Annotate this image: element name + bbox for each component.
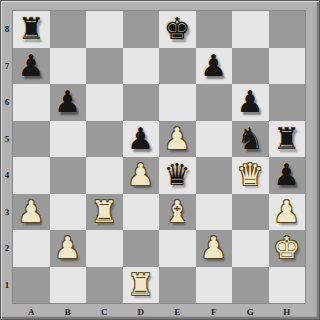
square-b7[interactable] <box>50 48 87 85</box>
square-b3[interactable] <box>50 194 87 231</box>
black-knight-g5[interactable]: ♞ <box>237 124 264 154</box>
square-h2[interactable]: ♚ <box>269 230 306 267</box>
white-pawn-e5[interactable]: ♟ <box>164 124 191 154</box>
square-d8[interactable] <box>123 11 160 48</box>
square-e2[interactable] <box>159 230 196 267</box>
square-d7[interactable] <box>123 48 160 85</box>
chess-board: ♜♚♟♟♟♟♟♟♞♜♟♛♛♟♟♜♝♟♟♟♚♜ <box>13 11 305 303</box>
file-label-a: A <box>13 304 50 319</box>
white-queen-g4[interactable]: ♛ <box>237 160 264 190</box>
square-g2[interactable] <box>232 230 269 267</box>
square-b2[interactable]: ♟ <box>50 230 87 267</box>
square-b4[interactable] <box>50 157 87 194</box>
square-g4[interactable]: ♛ <box>232 157 269 194</box>
rank-labels: 87654321 <box>1 11 13 303</box>
white-rook-c3[interactable]: ♜ <box>91 197 118 227</box>
black-queen-e4[interactable]: ♛ <box>164 160 191 190</box>
board-frame: 87654321 ♜♚♟♟♟♟♟♟♞♜♟♛♛♟♟♜♝♟♟♟♚♜ ABCDEFGH <box>0 0 320 320</box>
square-d4[interactable]: ♟ <box>123 157 160 194</box>
square-a3[interactable]: ♟ <box>13 194 50 231</box>
square-b1[interactable] <box>50 267 87 304</box>
square-c1[interactable] <box>86 267 123 304</box>
file-labels: ABCDEFGH <box>13 304 305 319</box>
square-f6[interactable] <box>196 84 233 121</box>
square-g7[interactable] <box>232 48 269 85</box>
square-e5[interactable]: ♟ <box>159 121 196 158</box>
black-pawn-d5[interactable]: ♟ <box>127 124 154 154</box>
white-bishop-e3[interactable]: ♝ <box>164 197 191 227</box>
square-h8[interactable] <box>269 11 306 48</box>
square-f1[interactable] <box>196 267 233 304</box>
black-pawn-a7[interactable]: ♟ <box>18 51 45 81</box>
square-g6[interactable]: ♟ <box>232 84 269 121</box>
square-d2[interactable] <box>123 230 160 267</box>
white-king-h2[interactable]: ♚ <box>273 233 300 263</box>
file-label-d: D <box>123 304 160 319</box>
square-h6[interactable] <box>269 84 306 121</box>
square-c5[interactable] <box>86 121 123 158</box>
square-h5[interactable]: ♜ <box>269 121 306 158</box>
white-rook-d1[interactable]: ♜ <box>127 270 154 300</box>
square-b5[interactable] <box>50 121 87 158</box>
square-e7[interactable] <box>159 48 196 85</box>
square-c4[interactable] <box>86 157 123 194</box>
square-a5[interactable] <box>13 121 50 158</box>
square-f7[interactable]: ♟ <box>196 48 233 85</box>
black-rook-h5[interactable]: ♜ <box>273 124 300 154</box>
square-g8[interactable] <box>232 11 269 48</box>
rank-label-4: 4 <box>1 157 13 194</box>
square-e3[interactable]: ♝ <box>159 194 196 231</box>
rank-label-2: 2 <box>1 230 13 267</box>
square-f2[interactable]: ♟ <box>196 230 233 267</box>
file-label-e: E <box>159 304 196 319</box>
square-d5[interactable]: ♟ <box>123 121 160 158</box>
black-king-e8[interactable]: ♚ <box>164 14 191 44</box>
file-label-f: F <box>196 304 233 319</box>
square-f3[interactable] <box>196 194 233 231</box>
white-pawn-f2[interactable]: ♟ <box>200 233 227 263</box>
square-a2[interactable] <box>13 230 50 267</box>
white-pawn-a3[interactable]: ♟ <box>18 197 45 227</box>
black-pawn-g6[interactable]: ♟ <box>237 87 264 117</box>
file-label-c: C <box>86 304 123 319</box>
square-b8[interactable] <box>50 11 87 48</box>
square-h7[interactable] <box>269 48 306 85</box>
white-pawn-h3[interactable]: ♟ <box>273 197 300 227</box>
square-g3[interactable] <box>232 194 269 231</box>
white-pawn-d4[interactable]: ♟ <box>127 160 154 190</box>
black-rook-a8[interactable]: ♜ <box>18 14 45 44</box>
square-c7[interactable] <box>86 48 123 85</box>
square-e1[interactable] <box>159 267 196 304</box>
square-c3[interactable]: ♜ <box>86 194 123 231</box>
file-label-h: H <box>269 304 306 319</box>
square-e6[interactable] <box>159 84 196 121</box>
square-e4[interactable]: ♛ <box>159 157 196 194</box>
square-h3[interactable]: ♟ <box>269 194 306 231</box>
rank-label-3: 3 <box>1 194 13 231</box>
black-pawn-b6[interactable]: ♟ <box>54 87 81 117</box>
file-label-b: B <box>50 304 87 319</box>
square-d3[interactable] <box>123 194 160 231</box>
white-pawn-b2[interactable]: ♟ <box>54 233 81 263</box>
rank-label-7: 7 <box>1 48 13 85</box>
square-f4[interactable] <box>196 157 233 194</box>
square-c8[interactable] <box>86 11 123 48</box>
rank-label-8: 8 <box>1 11 13 48</box>
square-g1[interactable] <box>232 267 269 304</box>
square-h1[interactable] <box>269 267 306 304</box>
square-a8[interactable]: ♜ <box>13 11 50 48</box>
square-f8[interactable] <box>196 11 233 48</box>
square-h4[interactable]: ♟ <box>269 157 306 194</box>
square-a7[interactable]: ♟ <box>13 48 50 85</box>
square-d1[interactable]: ♜ <box>123 267 160 304</box>
square-d6[interactable] <box>123 84 160 121</box>
square-g5[interactable]: ♞ <box>232 121 269 158</box>
square-c2[interactable] <box>86 230 123 267</box>
rank-label-6: 6 <box>1 84 13 121</box>
rank-label-1: 1 <box>1 267 13 304</box>
square-a4[interactable] <box>13 157 50 194</box>
black-pawn-h4[interactable]: ♟ <box>273 160 300 190</box>
square-b6[interactable]: ♟ <box>50 84 87 121</box>
square-f5[interactable] <box>196 121 233 158</box>
square-e8[interactable]: ♚ <box>159 11 196 48</box>
black-pawn-f7[interactable]: ♟ <box>200 51 227 81</box>
rank-label-5: 5 <box>1 121 13 158</box>
file-label-g: G <box>232 304 269 319</box>
square-a6[interactable] <box>13 84 50 121</box>
square-c6[interactable] <box>86 84 123 121</box>
square-a1[interactable] <box>13 267 50 304</box>
